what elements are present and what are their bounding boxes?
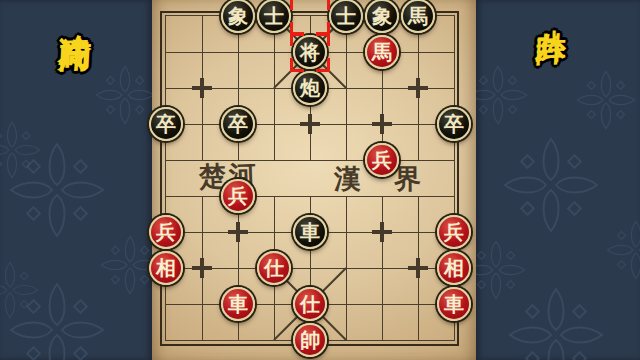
left-title: 冷门布局 bbox=[54, 7, 100, 17]
piece-black[interactable]: 卒 bbox=[437, 107, 471, 141]
point-marker bbox=[300, 114, 320, 134]
piece-red[interactable]: 兵 bbox=[437, 215, 471, 249]
video-frame: 冷门布局 楚河 漢界 象士士象馬将馬炮卒卒卒兵兵兵車兵相仕相車仕車帥 bbox=[0, 0, 640, 360]
point-marker bbox=[372, 222, 392, 242]
right-sidebar: 八卦阵 bbox=[476, 0, 640, 360]
piece-black[interactable]: 象 bbox=[365, 0, 399, 33]
board-grid: 楚河 漢界 象士士象馬将馬炮卒卒卒兵兵兵車兵相仕相車仕車帥 bbox=[165, 15, 455, 341]
left-sidebar: 冷门布局 bbox=[0, 0, 152, 360]
piece-red[interactable]: 仕 bbox=[257, 251, 291, 285]
piece-red[interactable]: 相 bbox=[437, 251, 471, 285]
piece-red[interactable]: 帥 bbox=[293, 323, 327, 357]
piece-black[interactable]: 卒 bbox=[221, 107, 255, 141]
piece-red[interactable]: 兵 bbox=[365, 143, 399, 177]
piece-red[interactable]: 馬 bbox=[365, 35, 399, 69]
piece-black[interactable]: 炮 bbox=[293, 71, 327, 105]
piece-black[interactable]: 士 bbox=[257, 0, 291, 33]
point-marker bbox=[228, 222, 248, 242]
piece-red[interactable]: 兵 bbox=[221, 179, 255, 213]
piece-black[interactable]: 象 bbox=[221, 0, 255, 33]
piece-black[interactable]: 車 bbox=[293, 215, 327, 249]
piece-black[interactable]: 士 bbox=[329, 0, 363, 33]
piece-black[interactable]: 馬 bbox=[401, 0, 435, 33]
sidebar-pattern-right bbox=[476, 0, 640, 360]
point-marker bbox=[408, 78, 428, 98]
point-marker bbox=[408, 258, 428, 278]
piece-red[interactable]: 仕 bbox=[293, 287, 327, 321]
point-marker bbox=[192, 78, 212, 98]
piece-red[interactable]: 車 bbox=[437, 287, 471, 321]
piece-black[interactable]: 卒 bbox=[149, 107, 183, 141]
last-move-mark bbox=[290, 0, 330, 36]
piece-red[interactable]: 相 bbox=[149, 251, 183, 285]
point-marker bbox=[372, 114, 392, 134]
board-area: 楚河 漢界 象士士象馬将馬炮卒卒卒兵兵兵車兵相仕相車仕車帥 bbox=[152, 0, 476, 360]
point-marker bbox=[192, 258, 212, 278]
last-move-mark bbox=[290, 32, 330, 72]
sidebar-pattern-left bbox=[0, 0, 152, 360]
piece-red[interactable]: 兵 bbox=[149, 215, 183, 249]
piece-red[interactable]: 車 bbox=[221, 287, 255, 321]
